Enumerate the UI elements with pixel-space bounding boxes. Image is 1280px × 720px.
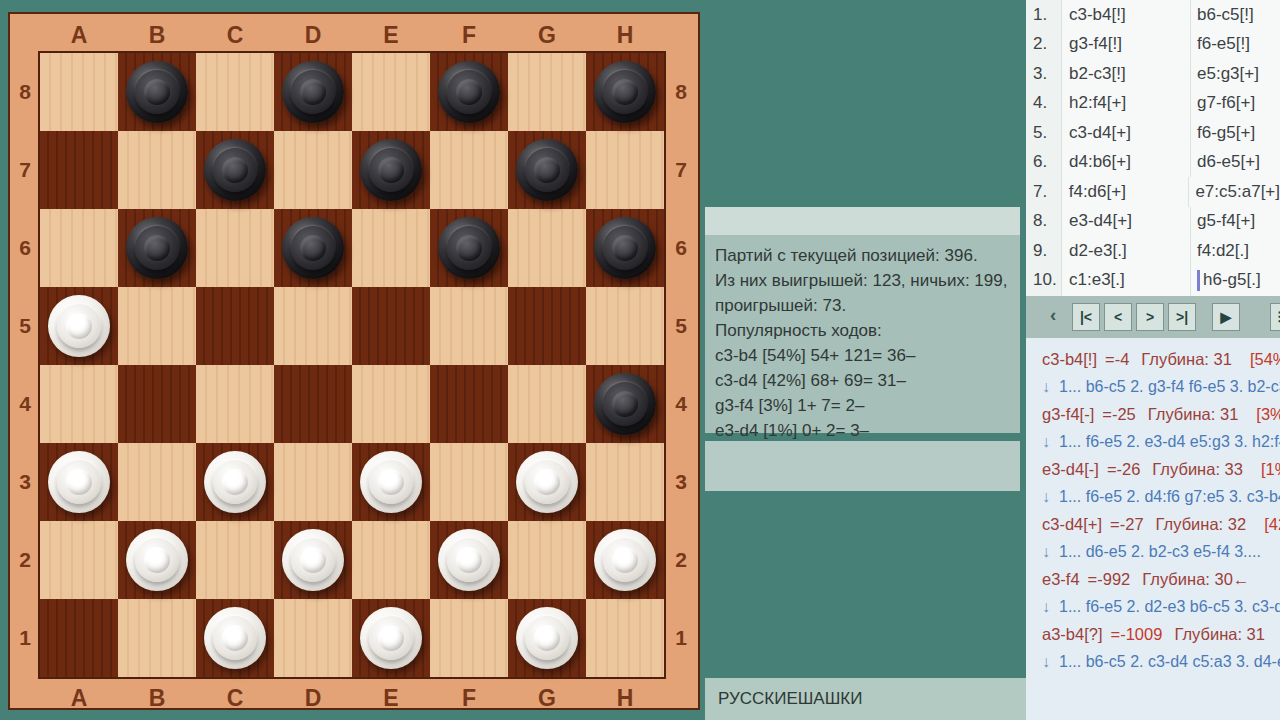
square-f5[interactable]: [430, 287, 508, 365]
square-b4[interactable]: [118, 365, 196, 443]
black-checker-h8[interactable]: [594, 61, 656, 123]
white-move[interactable]: e3-d4[+]: [1062, 207, 1190, 237]
square-e6[interactable]: [352, 209, 430, 287]
analysis-headline: g3-f4[-]=-25Глубина: 31[3%]: [1026, 401, 1280, 428]
move-row-9: 9.d2-e3[.]f4:d2[.]: [1026, 236, 1280, 266]
white-checker-g3[interactable]: [516, 451, 578, 513]
black-checker-e7[interactable]: [360, 139, 422, 201]
square-h7[interactable]: [586, 131, 664, 209]
file-label-f: F: [430, 685, 508, 711]
move-number: 1.: [1026, 0, 1062, 30]
square-a2[interactable]: [40, 521, 118, 599]
square-b1[interactable]: [118, 599, 196, 677]
move-list[interactable]: 1.c3-b4[!]b6-c5[!]2.g3-f4[!]f6-e5[!]3.b2…: [1026, 0, 1280, 296]
move-number: 7.: [1026, 177, 1062, 207]
white-move[interactable]: b2-c3[!]: [1062, 59, 1190, 89]
square-d1[interactable]: [274, 599, 352, 677]
black-checker-g7[interactable]: [516, 139, 578, 201]
analysis-headline: c3-d4[+]=-27Глубина: 32[42%]: [1026, 511, 1280, 538]
file-label-c: C: [196, 22, 274, 48]
rank-label-8: 8: [668, 53, 694, 131]
black-move[interactable]: d6-e5[+]: [1190, 148, 1280, 178]
stats-line-3: проигрышей: 73.: [715, 293, 1020, 318]
white-move[interactable]: f4:d6[+]: [1062, 177, 1189, 207]
move-number: 2.: [1026, 30, 1062, 60]
square-a8[interactable]: [40, 53, 118, 131]
file-label-d: D: [274, 22, 352, 48]
square-h5[interactable]: [586, 287, 664, 365]
move-number: 8.: [1026, 207, 1062, 237]
square-e8[interactable]: [352, 53, 430, 131]
rank-label-6: 6: [12, 209, 38, 287]
file-label-b: B: [118, 685, 196, 711]
white-checker-a3[interactable]: [48, 451, 110, 513]
square-d2[interactable]: [274, 521, 352, 599]
go-first-button[interactable]: |<: [1072, 303, 1100, 331]
stats-panel: Партий с текущей позицией: 396.Из них вы…: [705, 235, 1020, 433]
square-d8[interactable]: [274, 53, 352, 131]
square-c3[interactable]: [196, 443, 274, 521]
rank-label-7: 7: [12, 131, 38, 209]
square-f8[interactable]: [430, 53, 508, 131]
square-f7[interactable]: [430, 131, 508, 209]
analysis-variation: ↓1... d6-e5 2. b2-c3 e5-f4 3....: [1026, 538, 1280, 565]
square-h3[interactable]: [586, 443, 664, 521]
black-move[interactable]: h6-g5[.]: [1190, 266, 1280, 296]
square-e4[interactable]: [352, 365, 430, 443]
square-a4[interactable]: [40, 365, 118, 443]
rank-label-6: 6: [668, 209, 694, 287]
square-h1[interactable]: [586, 599, 664, 677]
rank-label-1: 1: [668, 599, 694, 677]
file-label-h: H: [586, 22, 664, 48]
black-move[interactable]: f4:d2[.]: [1190, 236, 1280, 266]
white-checker-e1[interactable]: [360, 607, 422, 669]
square-c1[interactable]: [196, 599, 274, 677]
black-move[interactable]: g5-f4[+]: [1190, 207, 1280, 237]
move-row-3: 3.b2-c3[!]e5:g3[+]: [1026, 59, 1280, 89]
rank-label-5: 5: [12, 287, 38, 365]
square-g8[interactable]: [508, 53, 586, 131]
square-c4[interactable]: [196, 365, 274, 443]
rank-label-4: 4: [668, 365, 694, 443]
square-g6[interactable]: [508, 209, 586, 287]
square-a5[interactable]: [40, 287, 118, 365]
square-g4[interactable]: [508, 365, 586, 443]
move-row-1: 1.c3-b4[!]b6-c5[!]: [1026, 0, 1280, 30]
move-row-2: 2.g3-f4[!]f6-e5[!]: [1026, 30, 1280, 60]
white-checker-d2[interactable]: [282, 529, 344, 591]
square-c7[interactable]: [196, 131, 274, 209]
white-move[interactable]: c3-d4[+]: [1062, 118, 1190, 148]
prev-move-button[interactable]: <: [1104, 303, 1132, 331]
square-e2[interactable]: [352, 521, 430, 599]
move-row-8: 8.e3-d4[+]g5-f4[+]: [1026, 207, 1280, 237]
rank-label-1: 1: [12, 599, 38, 677]
move-row-10: 10.c1:e3[.]h6-g5[.]: [1026, 266, 1280, 296]
analysis-headline: a3-b4[?]=-1009Глубина: 31: [1026, 621, 1280, 648]
square-b3[interactable]: [118, 443, 196, 521]
collapse-panel-icon[interactable]: ‹: [1050, 304, 1056, 326]
move-number: 10.: [1026, 266, 1062, 296]
square-f2[interactable]: [430, 521, 508, 599]
analysis-entry-4[interactable]: c3-d4[+]=-27Глубина: 32[42%]↓1... d6-e5 …: [1026, 511, 1280, 565]
square-g5[interactable]: [508, 287, 586, 365]
analysis-entry-6[interactable]: a3-b4[?]=-1009Глубина: 31↓1... b6-c5 2. …: [1026, 621, 1280, 675]
analysis-entry-2[interactable]: g3-f4[-]=-25Глубина: 31[3%]↓1... f6-e5 2…: [1026, 401, 1280, 455]
analysis-headline: e3-d4[-]=-26Глубина: 33[1%]: [1026, 456, 1280, 483]
square-c6[interactable]: [196, 209, 274, 287]
white-checker-c1[interactable]: [204, 607, 266, 669]
rank-label-4: 4: [12, 365, 38, 443]
black-move[interactable]: e5:g3[+]: [1190, 59, 1280, 89]
white-checker-h2[interactable]: [594, 529, 656, 591]
square-g7[interactable]: [508, 131, 586, 209]
file-label-e: E: [352, 22, 430, 48]
square-h8[interactable]: [586, 53, 664, 131]
black-checker-d6[interactable]: [282, 217, 344, 279]
white-checker-e3[interactable]: [360, 451, 422, 513]
square-d4[interactable]: [274, 365, 352, 443]
black-checker-f6[interactable]: [438, 217, 500, 279]
square-d6[interactable]: [274, 209, 352, 287]
rank-label-3: 3: [668, 443, 694, 521]
engine-analysis-panel[interactable]: c3-b4[!]=-4Глубина: 31[54%]↓1... b6-c5 2…: [1026, 338, 1280, 720]
move-number: 4.: [1026, 89, 1062, 119]
black-checker-b6[interactable]: [126, 217, 188, 279]
move-row-7: 7.f4:d6[+]e7:c5:a7[+]: [1026, 177, 1280, 207]
rank-label-5: 5: [668, 287, 694, 365]
square-b7[interactable]: [118, 131, 196, 209]
analysis-variation: ↓1... f6-e5 2. e3-d4 e5:g3 3. h2:f4: [1026, 428, 1280, 455]
file-label-g: G: [508, 685, 586, 711]
move-row-5: 5.c3-d4[+]f6-g5[+]: [1026, 118, 1280, 148]
analysis-variation: ↓1... b6-c5 2. g3-f4 f6-e5 3. b2-c3: [1026, 373, 1280, 400]
rank-label-2: 2: [12, 521, 38, 599]
square-f1[interactable]: [430, 599, 508, 677]
stats-line-8: e3-d4 [1%] 0+ 2= 3–: [715, 418, 1020, 443]
square-h2[interactable]: [586, 521, 664, 599]
analysis-variation: ↓1... f6-e5 2. d2-e3 b6-c5 3. c3-d4: [1026, 593, 1280, 620]
square-g1[interactable]: [508, 599, 586, 677]
black-checker-h6[interactable]: [594, 217, 656, 279]
square-c2[interactable]: [196, 521, 274, 599]
white-checker-a5[interactable]: [48, 295, 110, 357]
rank-label-7: 7: [668, 131, 694, 209]
white-move[interactable]: g3-f4[!]: [1062, 30, 1190, 60]
black-move[interactable]: b6-c5[!]: [1190, 0, 1280, 30]
square-d7[interactable]: [274, 131, 352, 209]
square-f3[interactable]: [430, 443, 508, 521]
black-move[interactable]: f6-g5[+]: [1190, 118, 1280, 148]
analysis-entry-1[interactable]: c3-b4[!]=-4Глубина: 31[54%]↓1... b6-c5 2…: [1026, 346, 1280, 400]
stats-line-6: c3-d4 [42%] 68+ 69= 31–: [715, 368, 1020, 393]
next-move-button[interactable]: >: [1136, 303, 1164, 331]
square-b2[interactable]: [118, 521, 196, 599]
black-move[interactable]: e7:c5:a7[+]: [1188, 177, 1280, 207]
play-button[interactable]: ▶: [1212, 303, 1240, 331]
square-e1[interactable]: [352, 599, 430, 677]
rank-label-2: 2: [668, 521, 694, 599]
file-label-a: A: [40, 685, 118, 711]
analysis-entry-5[interactable]: e3-f4=-992Глубина: 30←↓1... f6-e5 2. d2-…: [1026, 566, 1280, 620]
checkers-board-frame: ABCDEFGH ABCDEFGH 87654321 87654321: [8, 12, 700, 710]
rank-label-8: 8: [12, 53, 38, 131]
square-g3[interactable]: [508, 443, 586, 521]
analysis-entry-3[interactable]: e3-d4[-]=-26Глубина: 33[1%]↓1... f6-e5 2…: [1026, 456, 1280, 510]
square-b5[interactable]: [118, 287, 196, 365]
square-e3[interactable]: [352, 443, 430, 521]
white-checker-b2[interactable]: [126, 529, 188, 591]
move-number: 5.: [1026, 118, 1062, 148]
stats-line-4: Популярность ходов:: [715, 318, 1020, 343]
square-h4[interactable]: [586, 365, 664, 443]
square-a3[interactable]: [40, 443, 118, 521]
black-checker-b8[interactable]: [126, 61, 188, 123]
black-checker-f8[interactable]: [438, 61, 500, 123]
black-move[interactable]: f6-e5[!]: [1190, 30, 1280, 60]
white-move[interactable]: d4:b6[+]: [1062, 148, 1190, 178]
white-move[interactable]: d2-e3[.]: [1062, 236, 1190, 266]
rank-label-3: 3: [12, 443, 38, 521]
white-checker-c3[interactable]: [204, 451, 266, 513]
square-f4[interactable]: [430, 365, 508, 443]
square-h6[interactable]: [586, 209, 664, 287]
square-e5[interactable]: [352, 287, 430, 365]
stats-line-5: c3-b4 [54%] 54+ 121= 36–: [715, 343, 1020, 368]
file-label-g: G: [508, 22, 586, 48]
navigation-toolbar: ‹ |<<>>|▶☰: [1026, 296, 1280, 338]
file-label-e: E: [352, 685, 430, 711]
game-type-label: РУССКИЕШАШКИ: [705, 678, 1026, 720]
square-a1[interactable]: [40, 599, 118, 677]
stats-line-1: Партий с текущей позицией: 396.: [715, 243, 1020, 268]
square-a7[interactable]: [40, 131, 118, 209]
black-checker-h4[interactable]: [594, 373, 656, 435]
analysis-variation: ↓1... f6-e5 2. d4:f6 g7:e5 3. c3-b4: [1026, 483, 1280, 510]
square-b6[interactable]: [118, 209, 196, 287]
file-label-d: D: [274, 685, 352, 711]
stats-line-2: Из них выигрышей: 123, ничьих: 199,: [715, 268, 1020, 293]
menu-button[interactable]: ☰: [1270, 303, 1280, 331]
square-f6[interactable]: [430, 209, 508, 287]
file-label-b: B: [118, 22, 196, 48]
analysis-headline: e3-f4=-992Глубина: 30←: [1026, 566, 1280, 593]
square-b8[interactable]: [118, 53, 196, 131]
move-cursor: [1197, 270, 1200, 291]
file-label-a: A: [40, 22, 118, 48]
stats-panel-footer-strip: [705, 441, 1020, 491]
white-checker-g1[interactable]: [516, 607, 578, 669]
file-label-f: F: [430, 22, 508, 48]
stats-line-7: g3-f4 [3%] 1+ 7= 2–: [715, 393, 1020, 418]
black-move[interactable]: g7-f6[+]: [1190, 89, 1280, 119]
black-checker-d8[interactable]: [282, 61, 344, 123]
square-a6[interactable]: [40, 209, 118, 287]
file-label-h: H: [586, 685, 664, 711]
white-move[interactable]: c1:e3[.]: [1062, 266, 1190, 296]
white-move[interactable]: h2:f4[+]: [1062, 89, 1190, 119]
square-c8[interactable]: [196, 53, 274, 131]
move-row-4: 4.h2:f4[+]g7-f6[+]: [1026, 89, 1280, 119]
move-number: 3.: [1026, 59, 1062, 89]
square-d3[interactable]: [274, 443, 352, 521]
move-number: 9.: [1026, 236, 1062, 266]
stats-panel-header-strip: [705, 207, 1020, 235]
white-checker-f2[interactable]: [438, 529, 500, 591]
square-g2[interactable]: [508, 521, 586, 599]
white-move[interactable]: c3-b4[!]: [1062, 0, 1190, 30]
board-grid[interactable]: [38, 51, 666, 679]
square-e7[interactable]: [352, 131, 430, 209]
square-d5[interactable]: [274, 287, 352, 365]
analysis-variation: ↓1... b6-c5 2. c3-d4 c5:a3 3. d4-e5: [1026, 648, 1280, 675]
file-label-c: C: [196, 685, 274, 711]
go-last-button[interactable]: >|: [1168, 303, 1196, 331]
black-checker-c7[interactable]: [204, 139, 266, 201]
square-c5[interactable]: [196, 287, 274, 365]
analysis-headline: c3-b4[!]=-4Глубина: 31[54%]: [1026, 346, 1280, 373]
move-number: 6.: [1026, 148, 1062, 178]
move-row-6: 6.d4:b6[+]d6-e5[+]: [1026, 148, 1280, 178]
